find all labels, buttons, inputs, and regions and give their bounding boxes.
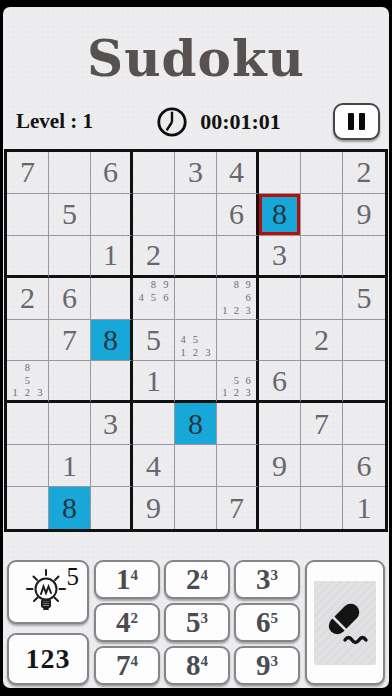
numpad-count: 4	[201, 568, 209, 583]
cell-r9c4[interactable]: 9	[133, 487, 175, 529]
cell-r2c4[interactable]	[133, 194, 175, 236]
numpad-digit: 8	[186, 651, 201, 680]
cell-r6c1[interactable]: 85123	[7, 361, 49, 403]
cell-r5c7[interactable]	[259, 320, 301, 362]
clock-icon	[155, 105, 189, 139]
numpad-count: 2	[131, 611, 139, 626]
pause-icon	[359, 113, 365, 130]
cell-r2c5[interactable]	[175, 194, 217, 236]
cell-r9c6[interactable]: 7	[217, 487, 259, 529]
cell-r7c3[interactable]: 3	[91, 403, 133, 445]
cell-r5c8[interactable]: 2	[301, 320, 343, 362]
cell-r3c5[interactable]	[175, 236, 217, 278]
lightbulb-icon	[24, 566, 72, 618]
numpad-digit: 5	[186, 608, 201, 637]
pause-icon	[348, 113, 354, 130]
toolbar-left-column: 5 123	[7, 560, 89, 685]
pencil-marks: 85123	[7, 361, 48, 400]
cell-r4c2[interactable]: 6	[49, 278, 91, 320]
eraser-button[interactable]	[305, 560, 385, 685]
cell-r2c8[interactable]	[301, 194, 343, 236]
cell-r1c9[interactable]: 2	[343, 152, 385, 194]
cell-r3c9[interactable]	[343, 236, 385, 278]
cell-r3c6[interactable]	[217, 236, 259, 278]
cell-r4c7[interactable]	[259, 278, 301, 320]
cell-r9c8[interactable]	[301, 487, 343, 529]
numpad-count: 3	[201, 611, 209, 626]
numpad-7-button[interactable]: 74	[94, 646, 160, 685]
number-pad: 142433425365748493	[94, 560, 300, 685]
timer-value: 00:01:01	[200, 109, 281, 135]
cell-r8c7[interactable]: 9	[259, 445, 301, 487]
cell-r3c7[interactable]: 3	[259, 236, 301, 278]
cell-r8c2[interactable]: 1	[49, 445, 91, 487]
numpad-count: 5	[271, 611, 279, 626]
sudoku-board: 7634256891232689456896123578545123285123…	[4, 149, 388, 532]
cell-r7c1[interactable]	[7, 403, 49, 445]
cell-r7c6[interactable]	[217, 403, 259, 445]
cell-r2c6[interactable]: 6	[217, 194, 259, 236]
hint-button[interactable]: 5	[7, 560, 89, 624]
cell-r9c1[interactable]	[7, 487, 49, 529]
cell-r5c1[interactable]	[7, 320, 49, 362]
cell-r5c6[interactable]	[217, 320, 259, 362]
notes-button[interactable]: 123	[7, 633, 89, 685]
cell-r8c1[interactable]	[7, 445, 49, 487]
numpad-3-button[interactable]: 33	[234, 560, 300, 599]
cell-r6c8[interactable]	[301, 361, 343, 403]
cell-r6c3[interactable]	[91, 361, 133, 403]
numpad-digit: 7	[116, 651, 131, 680]
cell-r2c7[interactable]: 8	[259, 194, 301, 236]
numpad-digit: 9	[256, 651, 271, 680]
numpad-5-button[interactable]: 53	[164, 603, 230, 642]
cell-r4c1[interactable]: 2	[7, 278, 49, 320]
cell-r7c4[interactable]	[133, 403, 175, 445]
cell-r7c2[interactable]	[49, 403, 91, 445]
cell-r5c4[interactable]: 5	[133, 320, 175, 362]
numpad-count: 3	[271, 568, 279, 583]
cell-r5c2[interactable]: 7	[49, 320, 91, 362]
cell-r5c3[interactable]: 8	[91, 320, 133, 362]
pencil-marks: 56123	[217, 361, 256, 400]
cell-r8c4[interactable]: 4	[133, 445, 175, 487]
device-frame: Sudoku Level : 1 00:01:01 76342568912326…	[0, 0, 392, 696]
cell-r6c9[interactable]	[343, 361, 385, 403]
cell-r7c9[interactable]	[343, 403, 385, 445]
eraser-icon	[318, 593, 372, 653]
numpad-1-button[interactable]: 14	[94, 560, 160, 599]
cell-r4c6[interactable]: 896123	[217, 278, 259, 320]
cell-r1c2[interactable]	[49, 152, 91, 194]
cell-r8c3[interactable]	[91, 445, 133, 487]
pause-button[interactable]	[333, 103, 380, 140]
cell-r4c9[interactable]: 5	[343, 278, 385, 320]
cell-r6c2[interactable]	[49, 361, 91, 403]
cell-r5c5[interactable]: 45123	[175, 320, 217, 362]
numpad-digit: 6	[256, 608, 271, 637]
cell-r9c2[interactable]: 8	[49, 487, 91, 529]
numpad-digit: 1	[116, 565, 131, 594]
cell-r1c6[interactable]: 4	[217, 152, 259, 194]
numpad-count: 4	[201, 654, 209, 669]
cell-r8c8[interactable]	[301, 445, 343, 487]
cell-r2c3[interactable]	[91, 194, 133, 236]
pencil-marks: 89456	[133, 278, 174, 319]
cell-r1c7[interactable]	[259, 152, 301, 194]
numpad-9-button[interactable]: 93	[234, 646, 300, 685]
cell-r3c8[interactable]	[301, 236, 343, 278]
cell-r5c9[interactable]	[343, 320, 385, 362]
eraser-pad	[314, 581, 376, 665]
cell-r9c7[interactable]	[259, 487, 301, 529]
cell-r9c3[interactable]	[91, 487, 133, 529]
cell-r1c5[interactable]: 3	[175, 152, 217, 194]
app-screen: Sudoku Level : 1 00:01:01 76342568912326…	[3, 7, 389, 688]
numpad-count: 4	[131, 654, 139, 669]
cell-r3c1[interactable]	[7, 236, 49, 278]
cell-r1c8[interactable]	[301, 152, 343, 194]
numpad-digit: 3	[256, 565, 271, 594]
hint-count: 5	[67, 563, 80, 591]
cell-r3c2[interactable]	[49, 236, 91, 278]
cell-r6c5[interactable]	[175, 361, 217, 403]
cell-r1c4[interactable]	[133, 152, 175, 194]
cell-r2c9[interactable]: 9	[343, 194, 385, 236]
cell-r3c4[interactable]: 2	[133, 236, 175, 278]
status-bar: Level : 1 00:01:01	[3, 101, 389, 143]
cell-r7c7[interactable]	[259, 403, 301, 445]
cell-r2c2[interactable]: 5	[49, 194, 91, 236]
cell-r2c1[interactable]	[7, 194, 49, 236]
cell-r9c9[interactable]: 1	[343, 487, 385, 529]
cell-r6c4[interactable]: 1	[133, 361, 175, 403]
numpad-count: 4	[131, 568, 139, 583]
cell-r4c5[interactable]	[175, 278, 217, 320]
cell-r7c8[interactable]: 7	[301, 403, 343, 445]
cell-r4c4[interactable]: 89456	[133, 278, 175, 320]
cell-r6c7[interactable]: 6	[259, 361, 301, 403]
cell-r4c8[interactable]	[301, 278, 343, 320]
numpad-count: 3	[271, 654, 279, 669]
pencil-marks: 45123	[175, 320, 216, 361]
cell-r8c5[interactable]	[175, 445, 217, 487]
pencil-marks: 896123	[217, 278, 256, 319]
cell-r8c9[interactable]: 6	[343, 445, 385, 487]
numpad-digit: 4	[116, 608, 131, 637]
numpad-digit: 2	[186, 565, 201, 594]
numpad-2-button[interactable]: 24	[164, 560, 230, 599]
cell-r6c6[interactable]: 56123	[217, 361, 259, 403]
cell-r9c5[interactable]	[175, 487, 217, 529]
numpad-6-button[interactable]: 65	[234, 603, 300, 642]
numpad-8-button[interactable]: 84	[164, 646, 230, 685]
cell-r7c5[interactable]: 8	[175, 403, 217, 445]
cell-r3c3[interactable]: 1	[91, 236, 133, 278]
cell-r1c3[interactable]: 6	[91, 152, 133, 194]
cell-r8c6[interactable]	[217, 445, 259, 487]
toolbar: 5 123 142433425365748493	[7, 560, 385, 685]
cell-r4c3[interactable]	[91, 278, 133, 320]
app-title: Sudoku	[3, 27, 389, 91]
cell-r1c1[interactable]: 7	[7, 152, 49, 194]
numpad-4-button[interactable]: 42	[94, 603, 160, 642]
